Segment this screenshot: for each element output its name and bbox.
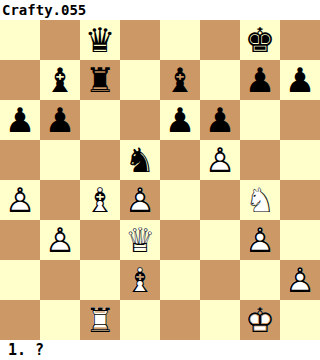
square-b3[interactable]: ♟♙: [40, 220, 80, 260]
square-g1[interactable]: ♚♔: [240, 300, 280, 340]
piece-black-bishop[interactable]: ♝: [45, 63, 75, 97]
square-g8[interactable]: ♚: [240, 20, 280, 60]
piece-white-pawn[interactable]: ♟♙: [5, 183, 35, 217]
square-a8[interactable]: [0, 20, 40, 60]
square-d2[interactable]: ♝♗: [120, 260, 160, 300]
piece-white-king[interactable]: ♚♔: [245, 303, 275, 337]
square-c8[interactable]: ♛: [80, 20, 120, 60]
square-b8[interactable]: [40, 20, 80, 60]
square-h1[interactable]: [280, 300, 320, 340]
piece-black-rook[interactable]: ♜: [85, 63, 115, 97]
square-c7[interactable]: ♜: [80, 60, 120, 100]
square-e1[interactable]: [160, 300, 200, 340]
piece-white-bishop[interactable]: ♝♗: [125, 263, 155, 297]
square-b2[interactable]: [40, 260, 80, 300]
piece-black-bishop[interactable]: ♝: [165, 63, 195, 97]
piece-black-pawn[interactable]: ♟: [245, 63, 275, 97]
chess-diagram-page: Crafty.055 ♛♚♝♜♝♟♟♟♟♟♟♞♟♙♟♙♝♗♟♙♞♘♟♙♛♕♟♙♝…: [0, 0, 320, 360]
square-c3[interactable]: [80, 220, 120, 260]
square-a5[interactable]: [0, 140, 40, 180]
square-b6[interactable]: ♟: [40, 100, 80, 140]
square-g2[interactable]: [240, 260, 280, 300]
square-b1[interactable]: [40, 300, 80, 340]
piece-black-pawn[interactable]: ♟: [285, 63, 315, 97]
square-h3[interactable]: [280, 220, 320, 260]
square-a3[interactable]: [0, 220, 40, 260]
square-c6[interactable]: [80, 100, 120, 140]
square-e4[interactable]: [160, 180, 200, 220]
piece-black-pawn[interactable]: ♟: [5, 103, 35, 137]
square-c2[interactable]: [80, 260, 120, 300]
square-f5[interactable]: ♟♙: [200, 140, 240, 180]
piece-black-queen[interactable]: ♛: [85, 23, 115, 57]
square-f7[interactable]: [200, 60, 240, 100]
square-h4[interactable]: [280, 180, 320, 220]
piece-white-pawn[interactable]: ♟♙: [125, 183, 155, 217]
square-g5[interactable]: [240, 140, 280, 180]
square-e2[interactable]: [160, 260, 200, 300]
square-f1[interactable]: [200, 300, 240, 340]
game-title: Crafty.055: [0, 0, 320, 20]
piece-white-knight[interactable]: ♞♘: [245, 183, 275, 217]
square-a6[interactable]: ♟: [0, 100, 40, 140]
piece-black-knight[interactable]: ♞: [125, 143, 155, 177]
square-e6[interactable]: ♟: [160, 100, 200, 140]
square-f3[interactable]: [200, 220, 240, 260]
piece-black-king[interactable]: ♚: [245, 23, 275, 57]
square-g4[interactable]: ♞♘: [240, 180, 280, 220]
square-b4[interactable]: [40, 180, 80, 220]
square-h8[interactable]: [280, 20, 320, 60]
piece-white-queen[interactable]: ♛♕: [125, 223, 155, 257]
square-a2[interactable]: [0, 260, 40, 300]
chess-board: ♛♚♝♜♝♟♟♟♟♟♟♞♟♙♟♙♝♗♟♙♞♘♟♙♛♕♟♙♝♗♟♙♜♖♚♔: [0, 20, 320, 340]
square-c1[interactable]: ♜♖: [80, 300, 120, 340]
square-c4[interactable]: ♝♗: [80, 180, 120, 220]
square-a1[interactable]: [0, 300, 40, 340]
square-d6[interactable]: [120, 100, 160, 140]
piece-white-rook[interactable]: ♜♖: [85, 303, 115, 337]
square-d4[interactable]: ♟♙: [120, 180, 160, 220]
square-f2[interactable]: [200, 260, 240, 300]
piece-white-pawn[interactable]: ♟♙: [205, 143, 235, 177]
square-d5[interactable]: ♞: [120, 140, 160, 180]
piece-white-pawn[interactable]: ♟♙: [45, 223, 75, 257]
square-d7[interactable]: [120, 60, 160, 100]
piece-black-pawn[interactable]: ♟: [45, 103, 75, 137]
piece-black-pawn[interactable]: ♟: [165, 103, 195, 137]
square-c5[interactable]: [80, 140, 120, 180]
piece-white-bishop[interactable]: ♝♗: [85, 183, 115, 217]
square-f4[interactable]: [200, 180, 240, 220]
square-d8[interactable]: [120, 20, 160, 60]
square-b5[interactable]: [40, 140, 80, 180]
square-h5[interactable]: [280, 140, 320, 180]
square-h6[interactable]: [280, 100, 320, 140]
move-prompt: 1. ?: [0, 340, 320, 360]
square-g3[interactable]: ♟♙: [240, 220, 280, 260]
square-b7[interactable]: ♝: [40, 60, 80, 100]
piece-black-pawn[interactable]: ♟: [205, 103, 235, 137]
square-e8[interactable]: [160, 20, 200, 60]
square-d1[interactable]: [120, 300, 160, 340]
square-a7[interactable]: [0, 60, 40, 100]
square-e3[interactable]: [160, 220, 200, 260]
square-f8[interactable]: [200, 20, 240, 60]
piece-white-pawn[interactable]: ♟♙: [285, 263, 315, 297]
square-g7[interactable]: ♟: [240, 60, 280, 100]
square-e7[interactable]: ♝: [160, 60, 200, 100]
square-h2[interactable]: ♟♙: [280, 260, 320, 300]
square-e5[interactable]: [160, 140, 200, 180]
piece-white-pawn[interactable]: ♟♙: [245, 223, 275, 257]
square-g6[interactable]: [240, 100, 280, 140]
square-h7[interactable]: ♟: [280, 60, 320, 100]
square-d3[interactable]: ♛♕: [120, 220, 160, 260]
square-f6[interactable]: ♟: [200, 100, 240, 140]
square-a4[interactable]: ♟♙: [0, 180, 40, 220]
